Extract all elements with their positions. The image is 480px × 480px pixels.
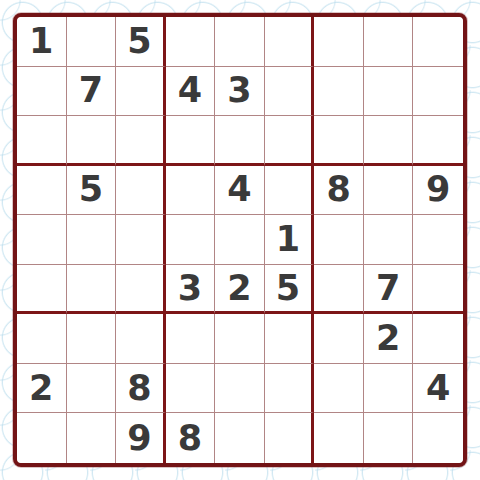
cell-r1c8[interactable] (364, 17, 414, 67)
cell-r3c9[interactable] (413, 116, 463, 166)
cell-r9c6[interactable] (265, 413, 315, 463)
cell-r2c1[interactable] (17, 67, 67, 117)
cell-r7c3[interactable] (116, 314, 166, 364)
cell-r3c7[interactable] (314, 116, 364, 166)
cell-r3c5[interactable] (215, 116, 265, 166)
cell-r6c5[interactable]: 2 (215, 265, 265, 315)
cell-r8c2[interactable] (67, 364, 117, 414)
cell-r7c1[interactable] (17, 314, 67, 364)
cell-r8c6[interactable] (265, 364, 315, 414)
cell-r1c9[interactable] (413, 17, 463, 67)
cell-r9c4[interactable]: 8 (166, 413, 216, 463)
cell-r4c8[interactable] (364, 166, 414, 216)
sudoku-board: 15743548913257228498 (13, 13, 467, 467)
cell-r9c5[interactable] (215, 413, 265, 463)
cell-r5c7[interactable] (314, 215, 364, 265)
cell-r3c2[interactable] (67, 116, 117, 166)
cell-r9c3[interactable]: 9 (116, 413, 166, 463)
cell-r2c2[interactable]: 7 (67, 67, 117, 117)
cell-r8c4[interactable] (166, 364, 216, 414)
cell-r7c6[interactable] (265, 314, 315, 364)
cell-r4c4[interactable] (166, 166, 216, 216)
cell-r6c6[interactable]: 5 (265, 265, 315, 315)
cell-r2c4[interactable]: 4 (166, 67, 216, 117)
cell-r5c1[interactable] (17, 215, 67, 265)
cell-r3c1[interactable] (17, 116, 67, 166)
cell-r1c2[interactable] (67, 17, 117, 67)
cell-r2c6[interactable] (265, 67, 315, 117)
cell-r2c3[interactable] (116, 67, 166, 117)
cell-r4c5[interactable]: 4 (215, 166, 265, 216)
cell-r1c5[interactable] (215, 17, 265, 67)
cell-r3c3[interactable] (116, 116, 166, 166)
cell-r6c8[interactable]: 7 (364, 265, 414, 315)
cell-r3c4[interactable] (166, 116, 216, 166)
cell-r4c2[interactable]: 5 (67, 166, 117, 216)
cell-r2c5[interactable]: 3 (215, 67, 265, 117)
cell-r5c8[interactable] (364, 215, 414, 265)
cell-r7c7[interactable] (314, 314, 364, 364)
cell-r4c7[interactable]: 8 (314, 166, 364, 216)
cell-r7c5[interactable] (215, 314, 265, 364)
cell-r9c7[interactable] (314, 413, 364, 463)
cell-r6c2[interactable] (67, 265, 117, 315)
page-background: { "game": "sudoku", "position": "1.5....… (0, 0, 480, 480)
cell-r9c8[interactable] (364, 413, 414, 463)
cell-r6c7[interactable] (314, 265, 364, 315)
cell-r8c8[interactable] (364, 364, 414, 414)
cell-r9c2[interactable] (67, 413, 117, 463)
cell-r5c9[interactable] (413, 215, 463, 265)
cell-r5c2[interactable] (67, 215, 117, 265)
cell-r4c3[interactable] (116, 166, 166, 216)
cell-r8c7[interactable] (314, 364, 364, 414)
cell-r5c3[interactable] (116, 215, 166, 265)
cell-r8c5[interactable] (215, 364, 265, 414)
cell-r5c5[interactable] (215, 215, 265, 265)
cell-r4c9[interactable]: 9 (413, 166, 463, 216)
cell-r7c9[interactable] (413, 314, 463, 364)
cell-r5c4[interactable] (166, 215, 216, 265)
cell-r9c9[interactable] (413, 413, 463, 463)
cell-r1c3[interactable]: 5 (116, 17, 166, 67)
cell-r1c1[interactable]: 1 (17, 17, 67, 67)
cell-r4c6[interactable] (265, 166, 315, 216)
cell-r3c8[interactable] (364, 116, 414, 166)
cell-r3c6[interactable] (265, 116, 315, 166)
cell-r2c7[interactable] (314, 67, 364, 117)
cell-r7c8[interactable]: 2 (364, 314, 414, 364)
cell-r6c3[interactable] (116, 265, 166, 315)
cell-r6c9[interactable] (413, 265, 463, 315)
cell-r4c1[interactable] (17, 166, 67, 216)
cell-r1c4[interactable] (166, 17, 216, 67)
cell-r6c1[interactable] (17, 265, 67, 315)
cell-r5c6[interactable]: 1 (265, 215, 315, 265)
cell-r8c9[interactable]: 4 (413, 364, 463, 414)
cell-r9c1[interactable] (17, 413, 67, 463)
cell-r1c7[interactable] (314, 17, 364, 67)
cell-r8c3[interactable]: 8 (116, 364, 166, 414)
cell-r2c9[interactable] (413, 67, 463, 117)
cell-r2c8[interactable] (364, 67, 414, 117)
cell-r7c4[interactable] (166, 314, 216, 364)
cell-r7c2[interactable] (67, 314, 117, 364)
cell-r8c1[interactable]: 2 (17, 364, 67, 414)
cell-r1c6[interactable] (265, 17, 315, 67)
cell-r6c4[interactable]: 3 (166, 265, 216, 315)
